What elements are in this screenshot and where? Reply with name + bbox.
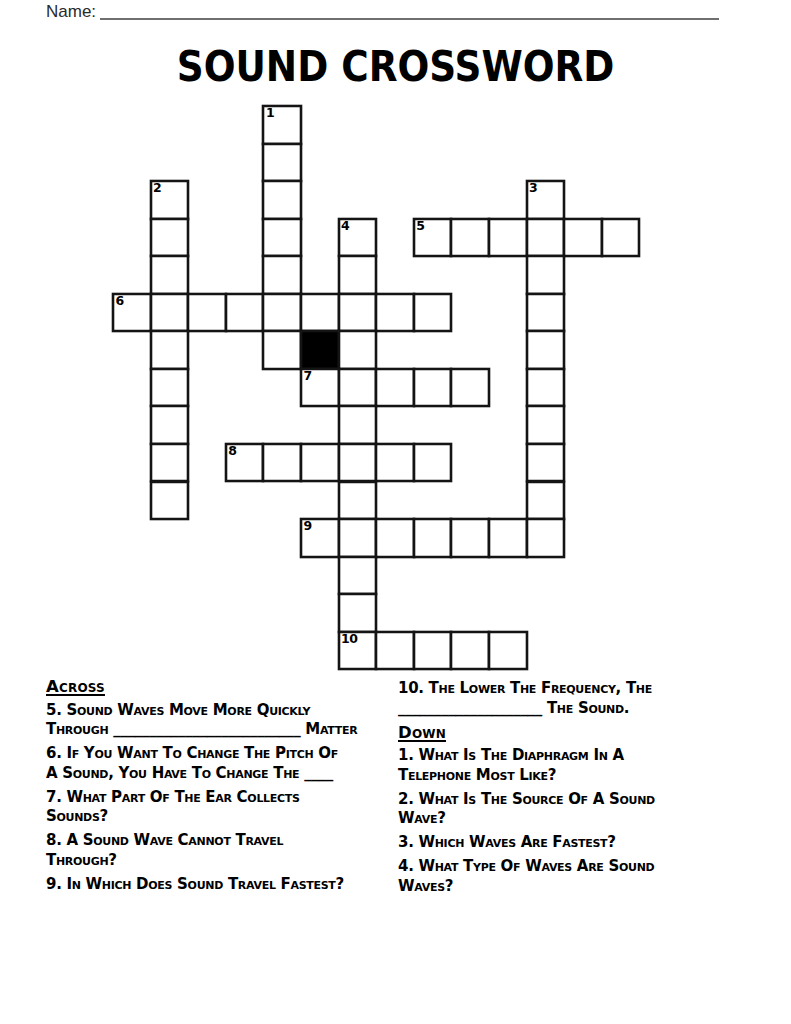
grid-cell[interactable]	[263, 256, 301, 294]
clue-line: 1. What Is The Diaphragm In A	[398, 746, 713, 766]
clue-line: 3. Which Waves Are Fastest?	[398, 833, 713, 853]
clue-line: 4. What Type Of Waves Are Sound	[398, 857, 713, 877]
grid-cell[interactable]	[527, 406, 565, 444]
grid-cell[interactable]: 5	[414, 219, 452, 257]
clue-number: 5	[416, 220, 424, 233]
across-clues-column: Across 5. Sound Waves Move More QuicklyT…	[46, 677, 398, 899]
clue-line: 10. The Lower The Frequency, The	[398, 679, 713, 699]
grid-cell[interactable]: 8	[226, 444, 264, 482]
grid-cell[interactable]	[301, 444, 339, 482]
grid-cell[interactable]	[414, 294, 452, 332]
grid-cell[interactable]	[376, 444, 414, 482]
grid-cell[interactable]	[339, 519, 377, 557]
grid-cell[interactable]	[151, 369, 189, 407]
grid-cell[interactable]	[376, 369, 414, 407]
clue-line: Telephone Most Like?	[398, 766, 713, 786]
clue-line: A Sound, You Have To Change The ____	[46, 764, 398, 784]
grid-cell[interactable]	[151, 482, 189, 520]
title-row: SOUND CROSSWORD	[0, 43, 791, 90]
down-clues-list: 1. What Is The Diaphragm In ATelephone M…	[398, 746, 713, 896]
clue-line: ____________________ The Sound.	[398, 699, 713, 719]
grid-cell[interactable]	[263, 144, 301, 182]
across-clues-list: 5. Sound Waves Move More QuicklyThrough …	[46, 701, 398, 895]
grid-cell[interactable]	[263, 181, 301, 219]
grid-cell[interactable]	[263, 294, 301, 332]
grid-cell[interactable]	[376, 294, 414, 332]
clue-line: Through __________________________ Matte…	[46, 720, 398, 740]
grid-cell[interactable]	[263, 219, 301, 257]
grid-cell[interactable]	[527, 482, 565, 520]
clue-number: 7	[304, 370, 312, 383]
clue-7-across: 7. What Part Of The Ear CollectsSounds?	[46, 788, 398, 827]
clue-2-down: 2. What Is The Source Of A SoundWave?	[398, 790, 713, 829]
clue-number: 2	[153, 182, 161, 195]
grid-cell[interactable]	[451, 519, 489, 557]
grid-cell[interactable]	[414, 444, 452, 482]
grid-cell[interactable]	[301, 294, 339, 332]
clue-number: 9	[304, 520, 312, 533]
grid-cell[interactable]	[489, 632, 527, 670]
grid-cell[interactable]	[451, 219, 489, 257]
grid-cell[interactable]	[527, 519, 565, 557]
grid-cell[interactable]	[339, 444, 377, 482]
grid-cell[interactable]	[339, 594, 377, 632]
grid-cell[interactable]	[527, 369, 565, 407]
clue-line: Waves?	[398, 877, 713, 897]
clue-number: 4	[341, 220, 349, 233]
crossword-grid: 12345678910	[113, 106, 641, 670]
grid-cell[interactable]	[527, 444, 565, 482]
clue-line: 7. What Part Of The Ear Collects	[46, 788, 398, 808]
clue-line: 2. What Is The Source Of A Sound	[398, 790, 713, 810]
grid-cell[interactable]	[339, 256, 377, 294]
clue-line: Through?	[46, 851, 398, 871]
clue-line: 8. A Sound Wave Cannot Travel	[46, 831, 398, 851]
grid-cell[interactable]	[339, 294, 377, 332]
grid-cell[interactable]	[527, 219, 565, 257]
grid-cell[interactable]	[451, 369, 489, 407]
clue-3-down: 3. Which Waves Are Fastest?	[398, 833, 713, 853]
clue-number: 3	[529, 182, 537, 195]
clue-1-down: 1. What Is The Diaphragm In ATelephone M…	[398, 746, 713, 785]
grid-cell[interactable]: 7	[301, 369, 339, 407]
across-clues-continued-list: 10. The Lower The Frequency, The________…	[398, 679, 713, 718]
page-title: SOUND CROSSWORD	[177, 43, 615, 90]
clue-10-across: 10. The Lower The Frequency, The________…	[398, 679, 713, 718]
clue-number: 8	[228, 445, 236, 458]
clue-line: Sounds?	[46, 807, 398, 827]
name-label: Name:	[46, 2, 96, 22]
grid-cell[interactable]	[527, 331, 565, 369]
grid-cell[interactable]: 3	[527, 181, 565, 219]
grid-cell[interactable]	[527, 256, 565, 294]
grid-cell[interactable]	[376, 519, 414, 557]
grid-cell[interactable]	[151, 294, 189, 332]
clue-9-across: 9. In Which Does Sound Travel Fastest?	[46, 875, 398, 895]
grid-cell[interactable]	[151, 444, 189, 482]
across-header: Across	[46, 677, 398, 697]
clue-number: 6	[116, 295, 124, 308]
grid-cell[interactable]	[527, 294, 565, 332]
down-header: Down	[398, 723, 713, 743]
grid-cell[interactable]: 1	[263, 106, 301, 144]
name-blank-line[interactable]	[100, 3, 719, 20]
clue-4-down: 4. What Type Of Waves Are SoundWaves?	[398, 857, 713, 896]
grid-cell[interactable]	[564, 219, 602, 257]
grid-cell[interactable]	[263, 444, 301, 482]
down-clues-column: 10. The Lower The Frequency, The________…	[398, 679, 713, 901]
grid-cell[interactable]	[151, 219, 189, 257]
grid-cell[interactable]	[339, 369, 377, 407]
clue-number: 10	[341, 633, 357, 646]
clue-5-across: 5. Sound Waves Move More QuicklyThrough …	[46, 701, 398, 740]
grid-cell[interactable]	[414, 632, 452, 670]
grid-cell[interactable]	[451, 632, 489, 670]
grid-cell[interactable]	[414, 519, 452, 557]
clue-number: 1	[266, 107, 274, 120]
clue-line: 9. In Which Does Sound Travel Fastest?	[46, 875, 398, 895]
grid-cell[interactable]	[263, 331, 301, 369]
grid-cell[interactable]: 10	[339, 632, 377, 670]
clue-line: 6. If You Want To Change The Pitch Of	[46, 744, 398, 764]
grid-cell[interactable]	[414, 369, 452, 407]
grid-cell[interactable]	[339, 557, 377, 595]
grid-cell[interactable]	[151, 256, 189, 294]
grid-cell[interactable]: 9	[301, 519, 339, 557]
clue-8-across: 8. A Sound Wave Cannot TravelThrough?	[46, 831, 398, 870]
grid-cell[interactable]: 4	[339, 219, 377, 257]
clue-line: 5. Sound Waves Move More Quickly	[46, 701, 398, 721]
grid-cell[interactable]	[339, 331, 377, 369]
grid-cell[interactable]	[151, 331, 189, 369]
black-cell	[301, 331, 339, 369]
grid-cell[interactable]	[188, 294, 226, 332]
grid-cell[interactable]	[489, 519, 527, 557]
grid-cell[interactable]	[376, 632, 414, 670]
clue-line: Wave?	[398, 809, 713, 829]
grid-cell[interactable]	[489, 219, 527, 257]
clue-6-across: 6. If You Want To Change The Pitch OfA S…	[46, 744, 398, 783]
grid-cell[interactable]: 2	[151, 181, 189, 219]
grid-cell[interactable]	[151, 406, 189, 444]
grid-cell[interactable]	[339, 406, 377, 444]
grid-cell[interactable]	[339, 482, 377, 520]
grid-cell[interactable]: 6	[113, 294, 151, 332]
grid-cell[interactable]	[602, 219, 640, 257]
grid-cell[interactable]	[226, 294, 264, 332]
